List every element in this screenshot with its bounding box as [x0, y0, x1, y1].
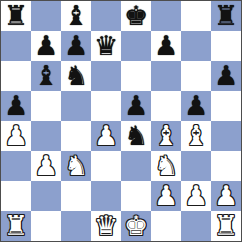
chess-board: ♜♝♚♜♟♟♛♟♝♞♟♟♟♟♟♟♞♝♝♟♞♞♟♟♟♜♛♚♜	[0, 0, 242, 242]
square-h2[interactable]: ♟	[211, 181, 241, 211]
piece-white-queen[interactable]: ♛	[94, 212, 118, 239]
square-a1[interactable]: ♜	[1, 211, 31, 241]
piece-black-bishop[interactable]: ♝	[64, 2, 88, 29]
square-g8[interactable]	[181, 1, 211, 31]
piece-black-pawn[interactable]: ♟	[4, 92, 28, 119]
piece-black-pawn[interactable]: ♟	[154, 32, 178, 59]
square-a3[interactable]	[1, 151, 31, 181]
square-d2[interactable]	[91, 181, 121, 211]
square-a5[interactable]: ♟	[1, 91, 31, 121]
square-g7[interactable]	[181, 31, 211, 61]
square-f6[interactable]	[151, 61, 181, 91]
square-g6[interactable]	[181, 61, 211, 91]
piece-black-king[interactable]: ♚	[124, 2, 148, 29]
square-b4[interactable]	[31, 121, 61, 151]
square-a4[interactable]: ♟	[1, 121, 31, 151]
square-d3[interactable]	[91, 151, 121, 181]
piece-white-rook[interactable]: ♜	[214, 212, 238, 239]
square-b7[interactable]: ♟	[31, 31, 61, 61]
square-f7[interactable]: ♟	[151, 31, 181, 61]
piece-black-bishop[interactable]: ♝	[34, 62, 58, 89]
square-h1[interactable]: ♜	[211, 211, 241, 241]
square-f1[interactable]	[151, 211, 181, 241]
piece-black-pawn[interactable]: ♟	[124, 92, 148, 119]
piece-white-rook[interactable]: ♜	[4, 212, 28, 239]
square-e1[interactable]: ♚	[121, 211, 151, 241]
square-c8[interactable]: ♝	[61, 1, 91, 31]
piece-white-pawn[interactable]: ♟	[184, 182, 208, 209]
square-g5[interactable]: ♟	[181, 91, 211, 121]
square-e6[interactable]	[121, 61, 151, 91]
square-c5[interactable]	[61, 91, 91, 121]
square-h3[interactable]	[211, 151, 241, 181]
piece-black-pawn[interactable]: ♟	[214, 62, 238, 89]
square-c7[interactable]: ♟	[61, 31, 91, 61]
square-f3[interactable]: ♞	[151, 151, 181, 181]
square-f5[interactable]	[151, 91, 181, 121]
piece-white-pawn[interactable]: ♟	[94, 122, 118, 149]
square-e2[interactable]	[121, 181, 151, 211]
square-e3[interactable]	[121, 151, 151, 181]
piece-black-pawn[interactable]: ♟	[34, 32, 58, 59]
square-g3[interactable]	[181, 151, 211, 181]
piece-black-knight[interactable]: ♞	[124, 122, 148, 149]
piece-white-bishop[interactable]: ♝	[154, 122, 178, 149]
square-g1[interactable]	[181, 211, 211, 241]
square-b8[interactable]	[31, 1, 61, 31]
piece-white-pawn[interactable]: ♟	[4, 122, 28, 149]
square-h7[interactable]	[211, 31, 241, 61]
square-g2[interactable]: ♟	[181, 181, 211, 211]
piece-black-rook[interactable]: ♜	[4, 2, 28, 29]
square-b6[interactable]: ♝	[31, 61, 61, 91]
square-h5[interactable]	[211, 91, 241, 121]
square-d1[interactable]: ♛	[91, 211, 121, 241]
square-b1[interactable]	[31, 211, 61, 241]
square-f2[interactable]: ♟	[151, 181, 181, 211]
piece-white-king[interactable]: ♚	[124, 212, 148, 239]
square-a7[interactable]	[1, 31, 31, 61]
piece-white-knight[interactable]: ♞	[64, 152, 88, 179]
square-d7[interactable]: ♛	[91, 31, 121, 61]
piece-black-queen[interactable]: ♛	[94, 32, 118, 59]
square-c4[interactable]	[61, 121, 91, 151]
square-c3[interactable]: ♞	[61, 151, 91, 181]
square-h6[interactable]: ♟	[211, 61, 241, 91]
square-c2[interactable]	[61, 181, 91, 211]
square-e7[interactable]	[121, 31, 151, 61]
square-b5[interactable]	[31, 91, 61, 121]
piece-black-rook[interactable]: ♜	[214, 2, 238, 29]
square-g4[interactable]: ♝	[181, 121, 211, 151]
piece-white-pawn[interactable]: ♟	[154, 182, 178, 209]
square-e5[interactable]: ♟	[121, 91, 151, 121]
piece-white-pawn[interactable]: ♟	[34, 152, 58, 179]
piece-white-pawn[interactable]: ♟	[214, 182, 238, 209]
piece-black-pawn[interactable]: ♟	[184, 92, 208, 119]
square-a2[interactable]	[1, 181, 31, 211]
square-c6[interactable]: ♞	[61, 61, 91, 91]
square-a6[interactable]	[1, 61, 31, 91]
piece-white-knight[interactable]: ♞	[154, 152, 178, 179]
square-d4[interactable]: ♟	[91, 121, 121, 151]
square-h8[interactable]: ♜	[211, 1, 241, 31]
square-f8[interactable]	[151, 1, 181, 31]
square-e4[interactable]: ♞	[121, 121, 151, 151]
square-c1[interactable]	[61, 211, 91, 241]
square-d5[interactable]	[91, 91, 121, 121]
square-b2[interactable]	[31, 181, 61, 211]
square-e8[interactable]: ♚	[121, 1, 151, 31]
piece-black-pawn[interactable]: ♟	[64, 32, 88, 59]
square-a8[interactable]: ♜	[1, 1, 31, 31]
square-b3[interactable]: ♟	[31, 151, 61, 181]
square-d6[interactable]	[91, 61, 121, 91]
square-d8[interactable]	[91, 1, 121, 31]
square-h4[interactable]	[211, 121, 241, 151]
piece-white-bishop[interactable]: ♝	[184, 122, 208, 149]
square-f4[interactable]: ♝	[151, 121, 181, 151]
piece-black-knight[interactable]: ♞	[64, 62, 88, 89]
